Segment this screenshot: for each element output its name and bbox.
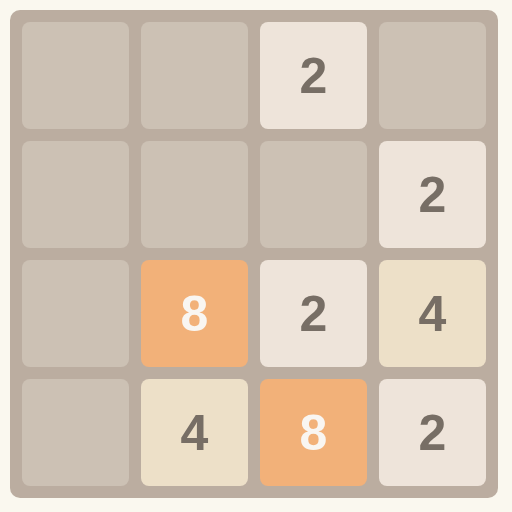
tile-2: 2 — [260, 22, 367, 129]
empty-cell — [22, 260, 129, 367]
tile-8: 8 — [141, 260, 248, 367]
empty-cell — [260, 141, 367, 248]
empty-cell — [141, 22, 248, 129]
tile-4: 4 — [379, 260, 486, 367]
tile-4: 4 — [141, 379, 248, 486]
empty-cell — [22, 379, 129, 486]
game-board-2048[interactable]: 22824482 — [10, 10, 498, 498]
tile-2: 2 — [379, 141, 486, 248]
tile-8: 8 — [260, 379, 367, 486]
empty-cell — [22, 141, 129, 248]
empty-cell — [379, 22, 486, 129]
tile-2: 2 — [260, 260, 367, 367]
empty-cell — [141, 141, 248, 248]
empty-cell — [22, 22, 129, 129]
tile-2: 2 — [379, 379, 486, 486]
